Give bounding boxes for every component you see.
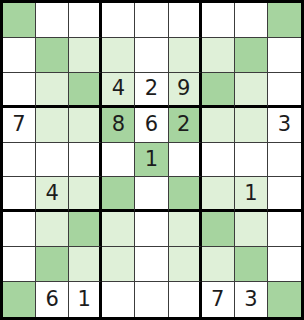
cell-r6c2[interactable]: 4 bbox=[36, 177, 69, 212]
cell-r3c2[interactable] bbox=[36, 73, 69, 108]
cell-r8c6[interactable] bbox=[169, 247, 202, 282]
cell-r5c2[interactable] bbox=[36, 143, 69, 178]
cell-r5c7[interactable] bbox=[202, 143, 235, 178]
cell-r5c8[interactable] bbox=[235, 143, 268, 178]
cell-r4c6[interactable]: 2 bbox=[169, 108, 202, 143]
cell-r2c8[interactable] bbox=[235, 38, 268, 73]
cell-r3c7[interactable] bbox=[202, 73, 235, 108]
cell-r9c9[interactable] bbox=[268, 282, 301, 317]
cell-r3c5[interactable]: 2 bbox=[135, 73, 168, 108]
cell-r4c4[interactable]: 8 bbox=[102, 108, 135, 143]
cell-r7c8[interactable] bbox=[235, 212, 268, 247]
cell-r1c5[interactable] bbox=[135, 3, 168, 38]
cell-r3c8[interactable] bbox=[235, 73, 268, 108]
cell-r4c3[interactable] bbox=[69, 108, 102, 143]
cell-r5c9[interactable] bbox=[268, 143, 301, 178]
cell-r2c4[interactable] bbox=[102, 38, 135, 73]
cell-r3c6[interactable]: 9 bbox=[169, 73, 202, 108]
cell-r8c2[interactable] bbox=[36, 247, 69, 282]
cell-r1c3[interactable] bbox=[69, 3, 102, 38]
cell-r3c3[interactable] bbox=[69, 73, 102, 108]
cell-r7c7[interactable] bbox=[202, 212, 235, 247]
cell-r8c4[interactable] bbox=[102, 247, 135, 282]
cell-r8c3[interactable] bbox=[69, 247, 102, 282]
cell-r7c9[interactable] bbox=[268, 212, 301, 247]
cell-r2c2[interactable] bbox=[36, 38, 69, 73]
cell-r6c4[interactable] bbox=[102, 177, 135, 212]
cell-r7c5[interactable] bbox=[135, 212, 168, 247]
cell-r4c5[interactable]: 6 bbox=[135, 108, 168, 143]
cell-r5c6[interactable] bbox=[169, 143, 202, 178]
cell-r7c4[interactable] bbox=[102, 212, 135, 247]
cell-r1c2[interactable] bbox=[36, 3, 69, 38]
cell-r3c1[interactable] bbox=[3, 73, 36, 108]
cell-r7c2[interactable] bbox=[36, 212, 69, 247]
cell-r1c9[interactable] bbox=[268, 3, 301, 38]
cell-r1c7[interactable] bbox=[202, 3, 235, 38]
cell-r2c6[interactable] bbox=[169, 38, 202, 73]
cell-r9c7[interactable]: 7 bbox=[202, 282, 235, 317]
cell-r7c1[interactable] bbox=[3, 212, 36, 247]
cell-r6c7[interactable] bbox=[202, 177, 235, 212]
cell-r9c1[interactable] bbox=[3, 282, 36, 317]
cell-r7c3[interactable] bbox=[69, 212, 102, 247]
cell-r2c9[interactable] bbox=[268, 38, 301, 73]
cell-r4c1[interactable]: 7 bbox=[3, 108, 36, 143]
cell-r2c3[interactable] bbox=[69, 38, 102, 73]
cell-r1c1[interactable] bbox=[3, 3, 36, 38]
sudoku-puzzle: 429786231416173 bbox=[0, 0, 304, 320]
cell-r8c7[interactable] bbox=[202, 247, 235, 282]
cell-r4c2[interactable] bbox=[36, 108, 69, 143]
cell-r3c9[interactable] bbox=[268, 73, 301, 108]
cell-r7c6[interactable] bbox=[169, 212, 202, 247]
cell-r2c1[interactable] bbox=[3, 38, 36, 73]
cell-r6c6[interactable] bbox=[169, 177, 202, 212]
cell-r8c1[interactable] bbox=[3, 247, 36, 282]
cell-r1c8[interactable] bbox=[235, 3, 268, 38]
cell-r6c5[interactable] bbox=[135, 177, 168, 212]
cell-r8c9[interactable] bbox=[268, 247, 301, 282]
cell-r5c5[interactable]: 1 bbox=[135, 143, 168, 178]
cell-r6c8[interactable]: 1 bbox=[235, 177, 268, 212]
cell-r1c6[interactable] bbox=[169, 3, 202, 38]
cell-r9c6[interactable] bbox=[169, 282, 202, 317]
cell-r9c5[interactable] bbox=[135, 282, 168, 317]
cell-r2c7[interactable] bbox=[202, 38, 235, 73]
cell-r3c4[interactable]: 4 bbox=[102, 73, 135, 108]
cell-r8c8[interactable] bbox=[235, 247, 268, 282]
cell-r6c1[interactable] bbox=[3, 177, 36, 212]
cell-r4c7[interactable] bbox=[202, 108, 235, 143]
sudoku-board: 429786231416173 bbox=[0, 0, 304, 320]
cell-r5c1[interactable] bbox=[3, 143, 36, 178]
cell-r8c5[interactable] bbox=[135, 247, 168, 282]
cell-r9c4[interactable] bbox=[102, 282, 135, 317]
cell-r9c8[interactable]: 3 bbox=[235, 282, 268, 317]
cell-r5c4[interactable] bbox=[102, 143, 135, 178]
cell-r9c3[interactable]: 1 bbox=[69, 282, 102, 317]
cell-r1c4[interactable] bbox=[102, 3, 135, 38]
cell-r6c3[interactable] bbox=[69, 177, 102, 212]
cell-r2c5[interactable] bbox=[135, 38, 168, 73]
cell-r6c9[interactable] bbox=[268, 177, 301, 212]
cell-r9c2[interactable]: 6 bbox=[36, 282, 69, 317]
cell-r4c9[interactable]: 3 bbox=[268, 108, 301, 143]
cell-r4c8[interactable] bbox=[235, 108, 268, 143]
cell-r5c3[interactable] bbox=[69, 143, 102, 178]
